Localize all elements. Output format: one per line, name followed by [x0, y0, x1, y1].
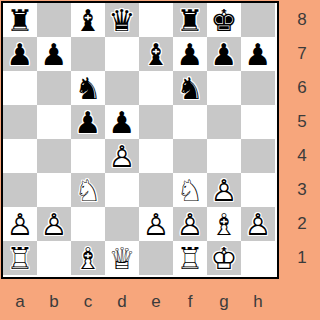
- rank-label-3: 3: [287, 173, 317, 207]
- piece-white-pawn[interactable]: ♟♙: [207, 173, 241, 207]
- rank-label-7: 7: [287, 37, 317, 71]
- piece-black-rook[interactable]: ♜: [173, 3, 207, 37]
- piece-black-pawn[interactable]: ♟: [105, 105, 139, 139]
- pawn-icon: ♟: [71, 106, 105, 139]
- rook-icon: ♜: [173, 4, 207, 37]
- square-b2[interactable]: ♟♙: [37, 207, 71, 241]
- square-a1[interactable]: ♜♖: [3, 241, 37, 275]
- square-a4[interactable]: [3, 139, 37, 173]
- square-g6[interactable]: [207, 71, 241, 105]
- square-a7[interactable]: ♟: [3, 37, 37, 71]
- square-b7[interactable]: ♟: [37, 37, 71, 71]
- file-labels: abcdefgh: [3, 288, 275, 316]
- square-h1[interactable]: [241, 241, 275, 275]
- board-grid: ♜♝♛♜♚♟♟♝♟♟♟♞♞♟♟♟♙♞♘♞♘♟♙♟♙♟♙♟♙♟♙♝♗♟♙♜♖♝♗♛…: [3, 3, 277, 277]
- square-h3[interactable]: [241, 173, 275, 207]
- square-h8[interactable]: [241, 3, 275, 37]
- piece-black-bishop[interactable]: ♝: [71, 3, 105, 37]
- square-e5[interactable]: [139, 105, 173, 139]
- square-d5[interactable]: ♟: [105, 105, 139, 139]
- knight-outline-icon: ♘: [173, 174, 207, 207]
- square-d6[interactable]: [105, 71, 139, 105]
- pawn-outline-icon: ♙: [37, 208, 71, 241]
- piece-white-queen[interactable]: ♛♕: [105, 241, 139, 275]
- square-f5[interactable]: [173, 105, 207, 139]
- square-e2[interactable]: ♟♙: [139, 207, 173, 241]
- pawn-outline-icon: ♙: [139, 208, 173, 241]
- square-a5[interactable]: [3, 105, 37, 139]
- square-g3[interactable]: ♟♙: [207, 173, 241, 207]
- square-b8[interactable]: [37, 3, 71, 37]
- square-f7[interactable]: ♟: [173, 37, 207, 71]
- bishop-icon: ♝: [139, 38, 173, 71]
- bishop-outline-icon: ♗: [71, 242, 105, 275]
- bishop-outline-icon: ♗: [207, 208, 241, 241]
- file-label-c: c: [71, 288, 105, 316]
- rank-label-5: 5: [287, 105, 317, 139]
- queen-outline-icon: ♕: [105, 242, 139, 275]
- square-c7[interactable]: [71, 37, 105, 71]
- square-h5[interactable]: [241, 105, 275, 139]
- square-h7[interactable]: ♟: [241, 37, 275, 71]
- square-e4[interactable]: [139, 139, 173, 173]
- piece-black-pawn[interactable]: ♟: [3, 37, 37, 71]
- piece-white-pawn[interactable]: ♟♙: [105, 139, 139, 173]
- square-e6[interactable]: [139, 71, 173, 105]
- pawn-icon: ♟: [241, 38, 275, 71]
- file-label-f: f: [173, 288, 207, 316]
- square-g8[interactable]: ♚: [207, 3, 241, 37]
- pawn-icon: ♟: [37, 38, 71, 71]
- piece-black-pawn[interactable]: ♟: [207, 37, 241, 71]
- rook-icon: ♜: [3, 4, 37, 37]
- piece-white-pawn[interactable]: ♟♙: [139, 207, 173, 241]
- piece-black-pawn[interactable]: ♟: [173, 37, 207, 71]
- pawn-icon: ♟: [173, 38, 207, 71]
- rank-label-1: 1: [287, 241, 317, 275]
- square-f1[interactable]: ♜♖: [173, 241, 207, 275]
- square-h4[interactable]: [241, 139, 275, 173]
- piece-black-rook[interactable]: ♜: [3, 3, 37, 37]
- square-b4[interactable]: [37, 139, 71, 173]
- square-a6[interactable]: [3, 71, 37, 105]
- square-f6[interactable]: ♞: [173, 71, 207, 105]
- square-b1[interactable]: [37, 241, 71, 275]
- square-b3[interactable]: [37, 173, 71, 207]
- file-label-b: b: [37, 288, 71, 316]
- rook-outline-icon: ♖: [173, 242, 207, 275]
- square-g1[interactable]: ♚♔: [207, 241, 241, 275]
- piece-white-rook[interactable]: ♜♖: [173, 241, 207, 275]
- square-b6[interactable]: [37, 71, 71, 105]
- pawn-outline-icon: ♙: [241, 208, 275, 241]
- pawn-outline-icon: ♙: [207, 174, 241, 207]
- piece-white-knight[interactable]: ♞♘: [71, 173, 105, 207]
- rook-outline-icon: ♖: [3, 242, 37, 275]
- piece-black-knight[interactable]: ♞: [71, 71, 105, 105]
- square-f4[interactable]: [173, 139, 207, 173]
- piece-black-pawn[interactable]: ♟: [241, 37, 275, 71]
- rank-labels: 87654321: [287, 3, 317, 275]
- square-g2[interactable]: ♝♗: [207, 207, 241, 241]
- piece-black-pawn[interactable]: ♟: [71, 105, 105, 139]
- rank-label-6: 6: [287, 71, 317, 105]
- rank-label-8: 8: [287, 3, 317, 37]
- square-f8[interactable]: ♜: [173, 3, 207, 37]
- square-d2[interactable]: [105, 207, 139, 241]
- pawn-outline-icon: ♙: [3, 208, 37, 241]
- square-g4[interactable]: [207, 139, 241, 173]
- chess-board: ♜♝♛♜♚♟♟♝♟♟♟♞♞♟♟♟♙♞♘♞♘♟♙♟♙♟♙♟♙♟♙♝♗♟♙♜♖♝♗♛…: [1, 1, 279, 279]
- square-c1[interactable]: ♝♗: [71, 241, 105, 275]
- square-a2[interactable]: ♟♙: [3, 207, 37, 241]
- square-g7[interactable]: ♟: [207, 37, 241, 71]
- square-e7[interactable]: ♝: [139, 37, 173, 71]
- bishop-icon: ♝: [71, 4, 105, 37]
- square-c6[interactable]: ♞: [71, 71, 105, 105]
- piece-white-rook[interactable]: ♜♖: [3, 241, 37, 275]
- file-label-a: a: [3, 288, 37, 316]
- square-e8[interactable]: [139, 3, 173, 37]
- square-c3[interactable]: ♞♘: [71, 173, 105, 207]
- piece-black-bishop[interactable]: ♝: [139, 37, 173, 71]
- king-icon: ♚: [207, 4, 241, 37]
- piece-white-pawn[interactable]: ♟♙: [173, 207, 207, 241]
- square-d3[interactable]: [105, 173, 139, 207]
- square-h2[interactable]: ♟♙: [241, 207, 275, 241]
- file-label-e: e: [139, 288, 173, 316]
- square-d4[interactable]: ♟♙: [105, 139, 139, 173]
- king-outline-icon: ♔: [207, 242, 241, 275]
- square-f3[interactable]: ♞♘: [173, 173, 207, 207]
- pawn-outline-icon: ♙: [105, 140, 139, 173]
- pawn-icon: ♟: [3, 38, 37, 71]
- piece-white-king[interactable]: ♚♔: [207, 241, 241, 275]
- pawn-icon: ♟: [105, 106, 139, 139]
- file-label-g: g: [207, 288, 241, 316]
- chess-diagram: ♜♝♛♜♚♟♟♝♟♟♟♞♞♟♟♟♙♞♘♞♘♟♙♟♙♟♙♟♙♟♙♝♗♟♙♜♖♝♗♛…: [0, 0, 320, 320]
- square-e3[interactable]: [139, 173, 173, 207]
- knight-icon: ♞: [173, 72, 207, 105]
- piece-black-queen[interactable]: ♛: [105, 3, 139, 37]
- rank-label-2: 2: [287, 207, 317, 241]
- square-c8[interactable]: ♝: [71, 3, 105, 37]
- piece-white-pawn[interactable]: ♟♙: [241, 207, 275, 241]
- square-a8[interactable]: ♜: [3, 3, 37, 37]
- file-label-h: h: [241, 288, 275, 316]
- square-d8[interactable]: ♛: [105, 3, 139, 37]
- piece-white-pawn[interactable]: ♟♙: [3, 207, 37, 241]
- square-e1[interactable]: [139, 241, 173, 275]
- square-a3[interactable]: [3, 173, 37, 207]
- square-c2[interactable]: [71, 207, 105, 241]
- square-f2[interactable]: ♟♙: [173, 207, 207, 241]
- piece-white-pawn[interactable]: ♟♙: [37, 207, 71, 241]
- square-c4[interactable]: [71, 139, 105, 173]
- queen-icon: ♛: [105, 4, 139, 37]
- piece-black-king[interactable]: ♚: [207, 3, 241, 37]
- square-d7[interactable]: [105, 37, 139, 71]
- rank-label-4: 4: [287, 139, 317, 173]
- pawn-outline-icon: ♙: [173, 208, 207, 241]
- square-b5[interactable]: [37, 105, 71, 139]
- piece-black-pawn[interactable]: ♟: [37, 37, 71, 71]
- square-d1[interactable]: ♛♕: [105, 241, 139, 275]
- pawn-icon: ♟: [207, 38, 241, 71]
- square-g5[interactable]: [207, 105, 241, 139]
- file-label-d: d: [105, 288, 139, 316]
- piece-white-knight[interactable]: ♞♘: [173, 173, 207, 207]
- square-c5[interactable]: ♟: [71, 105, 105, 139]
- piece-white-bishop[interactable]: ♝♗: [207, 207, 241, 241]
- knight-icon: ♞: [71, 72, 105, 105]
- square-h6[interactable]: [241, 71, 275, 105]
- piece-black-knight[interactable]: ♞: [173, 71, 207, 105]
- piece-white-bishop[interactable]: ♝♗: [71, 241, 105, 275]
- knight-outline-icon: ♘: [71, 174, 105, 207]
